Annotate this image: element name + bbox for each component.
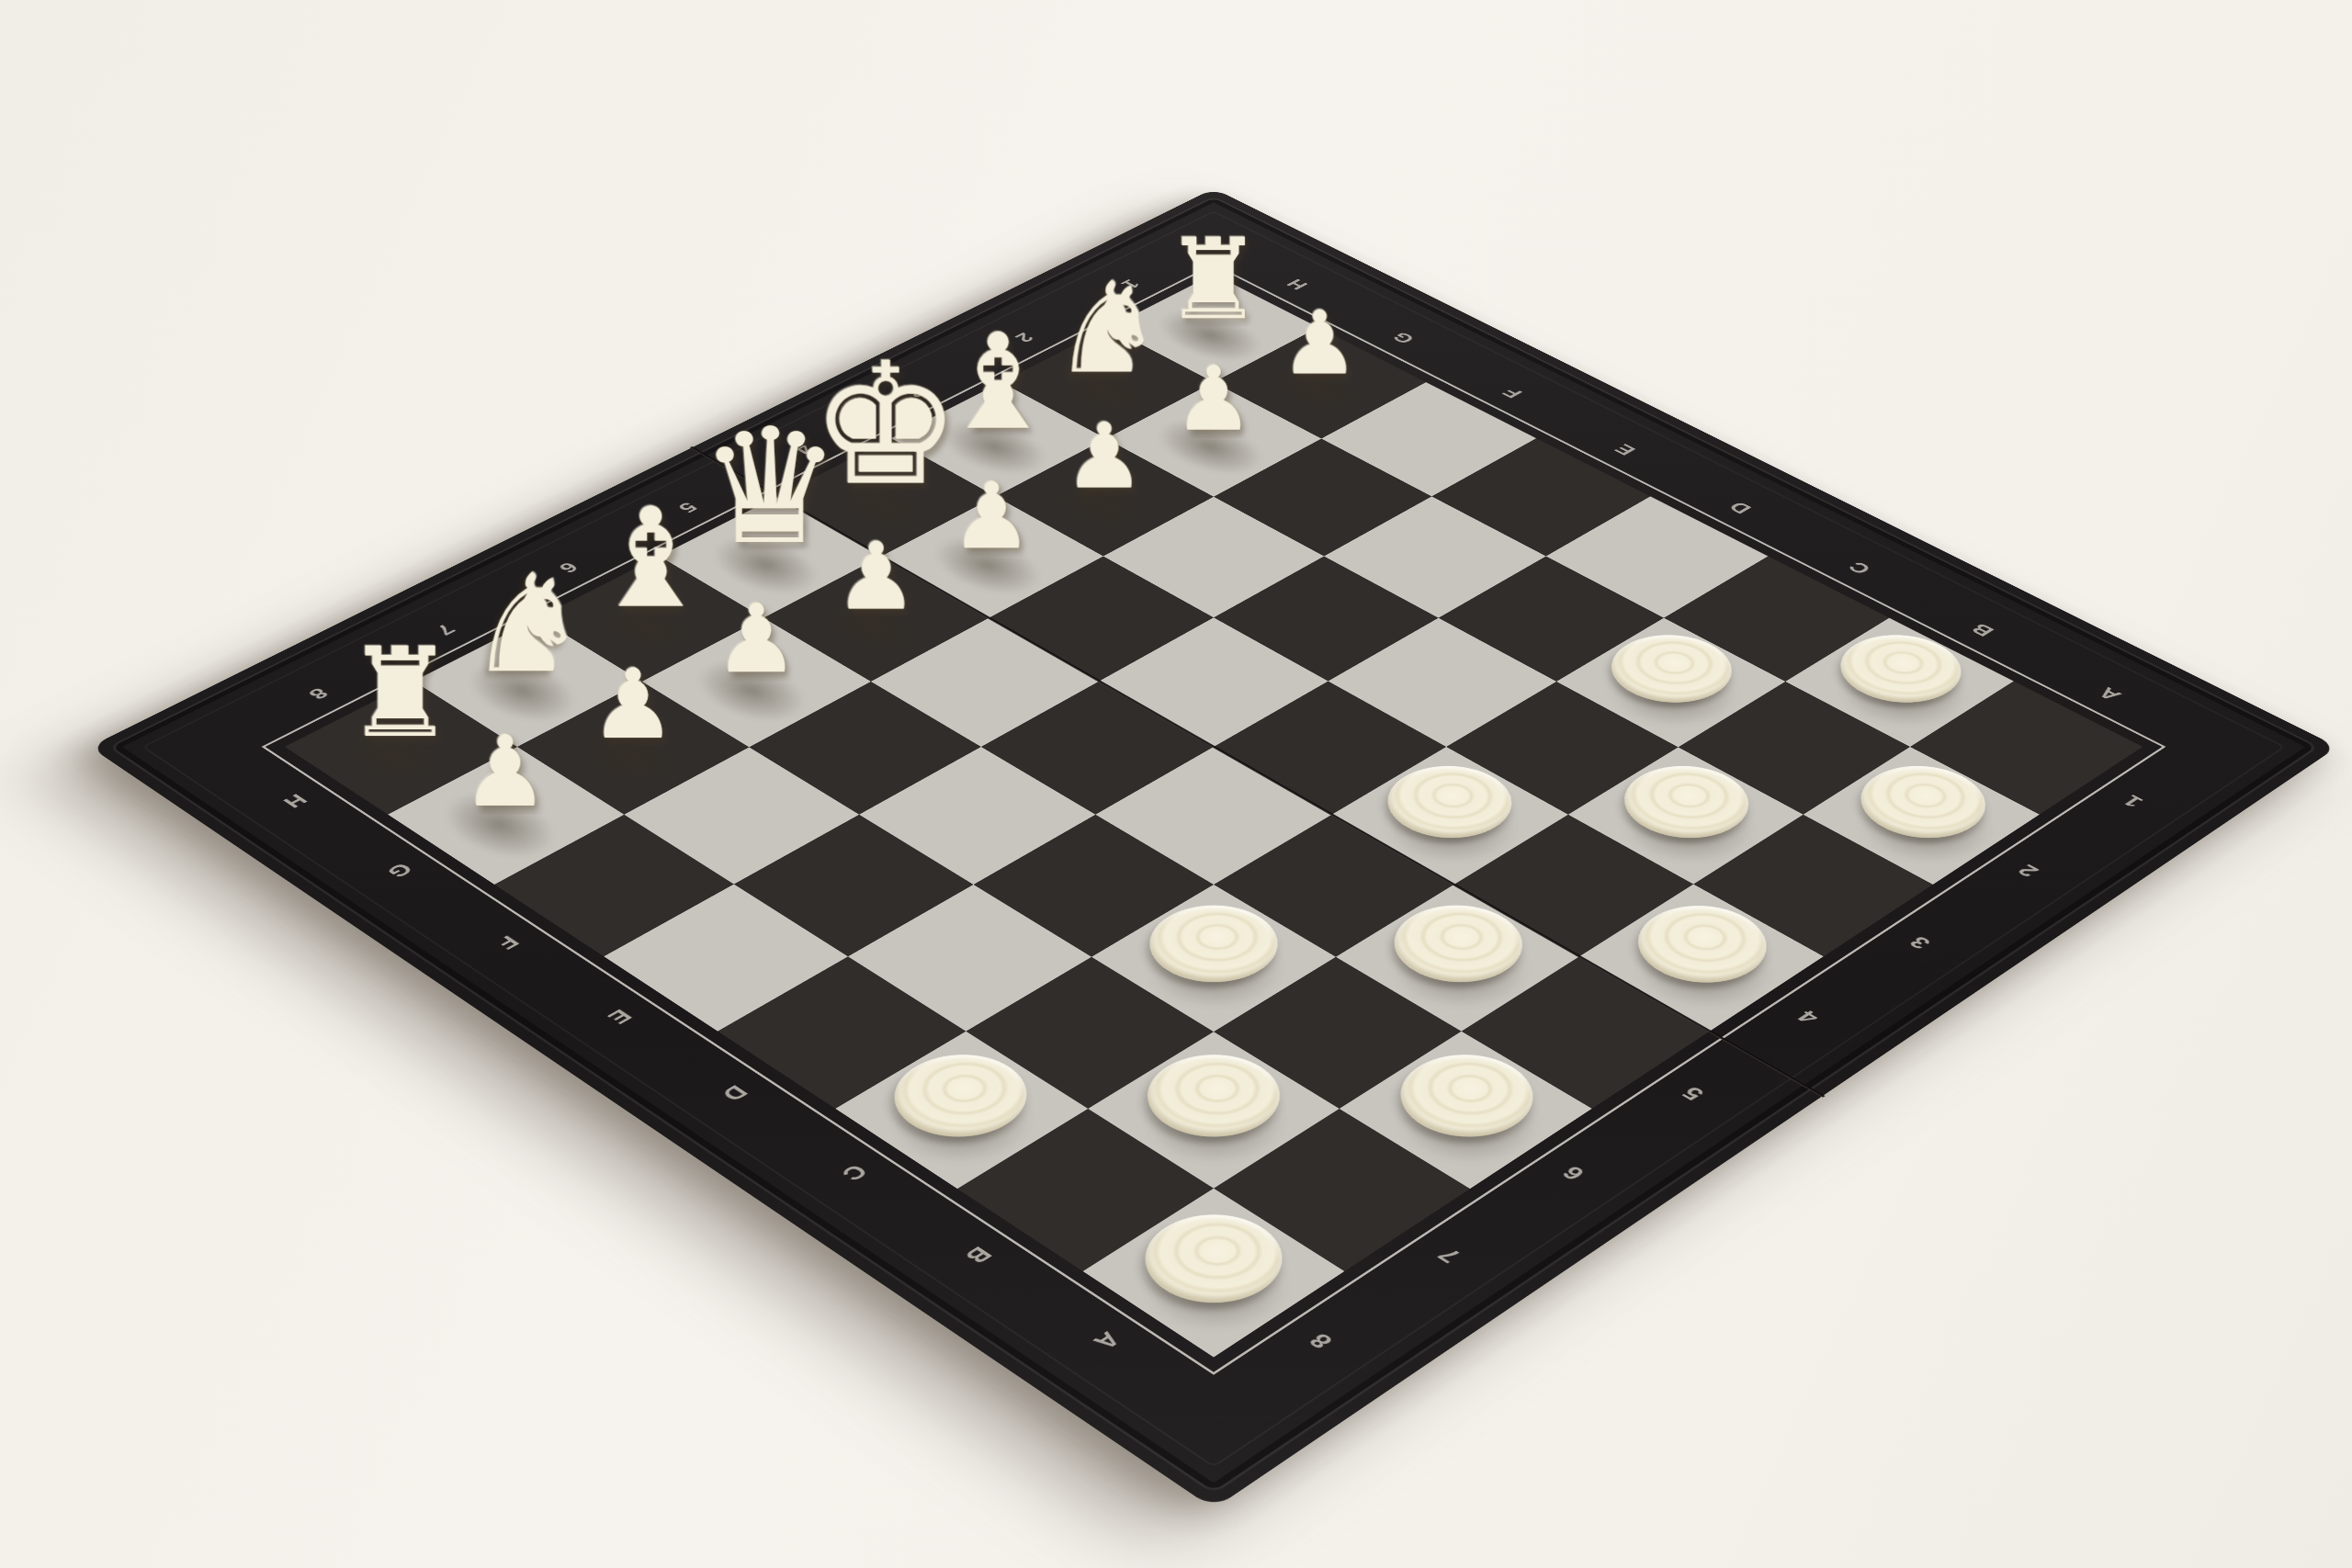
game-board: 1122334455667788HHGGFFEEDDCCBBAA ♜♟♞♟♝♟♚… — [285, 274, 2143, 1357]
pawn-icon: ♟ — [356, 592, 655, 814]
photo-scene: 1122334455667788HHGGFFEEDDCCBBAA ♜♟♞♟♝♟♚… — [0, 0, 2352, 1568]
